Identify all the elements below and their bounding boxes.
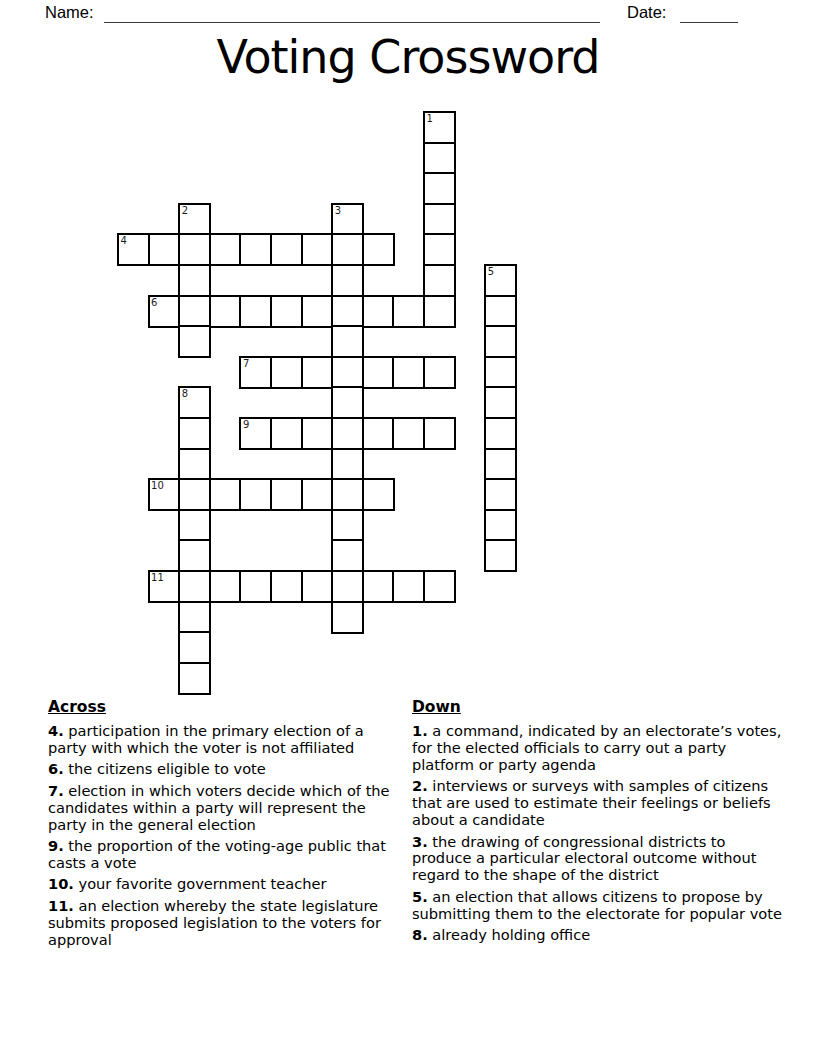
clue-number-11: 11 xyxy=(151,573,164,583)
clue-number-1: 1 xyxy=(427,114,433,124)
clue-number-8: 8 xyxy=(182,389,188,399)
grid-cell-r11c12[interactable] xyxy=(484,448,517,481)
grid-cell-r10c6[interactable] xyxy=(301,417,334,450)
grid-cell-r8c5[interactable] xyxy=(270,356,303,389)
grid-cell-r12c6[interactable] xyxy=(301,478,334,511)
grid-cell-r12c7[interactable] xyxy=(331,478,364,511)
grid-cell-r4c7[interactable] xyxy=(331,233,364,266)
clue-9: 9. the proportion of the voting-age publ… xyxy=(48,838,402,872)
grid-cell-r12c2[interactable] xyxy=(178,478,211,511)
clue-number-3: 3 xyxy=(335,206,341,216)
down-clues-column: Down 1. a command, indicated by an elect… xyxy=(412,699,786,949)
clue-number-5: 5 xyxy=(488,267,494,277)
grid-cell-r15c10[interactable] xyxy=(423,570,456,603)
grid-cell-r6c8[interactable] xyxy=(362,295,395,328)
grid-cell-r15c8[interactable] xyxy=(362,570,395,603)
grid-cell-r12c5[interactable] xyxy=(270,478,303,511)
grid-cell-r10c2[interactable] xyxy=(178,417,211,450)
grid-cell-r13c2[interactable] xyxy=(178,509,211,542)
grid-cell-r4c10[interactable] xyxy=(423,233,456,266)
across-clues-column: Across 4. participation in the primary e… xyxy=(48,699,402,953)
grid-cell-r10c12[interactable] xyxy=(484,417,517,450)
grid-cell-r4c8[interactable] xyxy=(362,233,395,266)
grid-cell-r5c7[interactable] xyxy=(331,264,364,297)
name-label: Name: xyxy=(45,3,94,22)
grid-cell-r10c10[interactable] xyxy=(423,417,456,450)
grid-cell-r1c10[interactable] xyxy=(423,142,456,175)
grid-cell-r2c10[interactable] xyxy=(423,172,456,205)
crossword-grid: 1234567891011 xyxy=(117,111,517,695)
clue-7: 7. election in which voters decide which… xyxy=(48,783,402,834)
grid-cell-r4c3[interactable] xyxy=(209,233,242,266)
grid-cell-r4c4[interactable] xyxy=(239,233,272,266)
grid-cell-r15c9[interactable] xyxy=(392,570,425,603)
grid-cell-r3c10[interactable] xyxy=(423,203,456,236)
across-clue-list: 4. participation in the primary election… xyxy=(48,723,402,949)
grid-cell-r16c2[interactable] xyxy=(178,601,211,634)
clue-number-10: 10 xyxy=(151,481,164,491)
grid-cell-r7c12[interactable] xyxy=(484,325,517,358)
grid-cell-r6c10[interactable] xyxy=(423,295,456,328)
clue-4: 4. participation in the primary election… xyxy=(48,723,402,757)
grid-cell-r4c1[interactable] xyxy=(148,233,181,266)
grid-cell-r12c4[interactable] xyxy=(239,478,272,511)
grid-cell-r15c3[interactable] xyxy=(209,570,242,603)
clue-number-9: 9 xyxy=(243,420,249,430)
grid-cell-r6c5[interactable] xyxy=(270,295,303,328)
down-heading: Down xyxy=(412,699,786,717)
grid-cell-r17c2[interactable] xyxy=(178,631,211,664)
grid-cell-r14c2[interactable] xyxy=(178,539,211,572)
grid-cell-r8c6[interactable] xyxy=(301,356,334,389)
clue-8: 8. already holding office xyxy=(412,927,786,944)
clue-number-7: 7 xyxy=(243,359,249,369)
grid-cell-r7c2[interactable] xyxy=(178,325,211,358)
grid-cell-r6c9[interactable] xyxy=(392,295,425,328)
grid-cell-r5c2[interactable] xyxy=(178,264,211,297)
grid-cell-r15c5[interactable] xyxy=(270,570,303,603)
grid-cell-r10c8[interactable] xyxy=(362,417,395,450)
grid-cell-r10c5[interactable] xyxy=(270,417,303,450)
clue-1: 1. a command, indicated by an electorate… xyxy=(412,723,786,774)
grid-cell-r4c2[interactable] xyxy=(178,233,211,266)
grid-cell-r10c9[interactable] xyxy=(392,417,425,450)
grid-cell-r8c9[interactable] xyxy=(392,356,425,389)
grid-cell-r8c8[interactable] xyxy=(362,356,395,389)
grid-cell-r8c10[interactable] xyxy=(423,356,456,389)
clue-2: 2. interviews or surveys with samples of… xyxy=(412,778,786,829)
crossword-worksheet: Name: Date: Voting Crossword 12345678910… xyxy=(0,0,816,1056)
grid-cell-r10c7[interactable] xyxy=(331,417,364,450)
grid-cell-r4c5[interactable] xyxy=(270,233,303,266)
grid-cell-r6c6[interactable] xyxy=(301,295,334,328)
grid-cell-r13c12[interactable] xyxy=(484,509,517,542)
grid-cell-r13c7[interactable] xyxy=(331,509,364,542)
clue-11: 11. an election whereby the state legisl… xyxy=(48,898,402,949)
puzzle-title: Voting Crossword xyxy=(0,30,816,84)
grid-cell-r5c10[interactable] xyxy=(423,264,456,297)
across-heading: Across xyxy=(48,699,402,717)
clue-10: 10. your favorite government teacher xyxy=(48,876,402,893)
grid-cell-r15c6[interactable] xyxy=(301,570,334,603)
down-clue-list: 1. a command, indicated by an electorate… xyxy=(412,723,786,944)
clue-number-2: 2 xyxy=(182,206,188,216)
grid-cell-r4c6[interactable] xyxy=(301,233,334,266)
clue-3: 3. the drawing of congressional district… xyxy=(412,834,786,885)
grid-cell-r12c8[interactable] xyxy=(362,478,395,511)
grid-cell-r9c12[interactable] xyxy=(484,386,517,419)
grid-cell-r15c2[interactable] xyxy=(178,570,211,603)
grid-cell-r6c12[interactable] xyxy=(484,295,517,328)
name-input-line[interactable] xyxy=(104,1,600,23)
clue-6: 6. the citizens eligible to vote xyxy=(48,761,402,778)
grid-cell-r7c7[interactable] xyxy=(331,325,364,358)
grid-cell-r6c4[interactable] xyxy=(239,295,272,328)
grid-cell-r16c7[interactable] xyxy=(331,601,364,634)
grid-cell-r8c7[interactable] xyxy=(331,356,364,389)
grid-cell-r18c2[interactable] xyxy=(178,662,211,695)
date-input-line[interactable] xyxy=(680,1,738,23)
grid-cell-r15c4[interactable] xyxy=(239,570,272,603)
grid-cell-r9c7[interactable] xyxy=(331,386,364,419)
grid-cell-r8c12[interactable] xyxy=(484,356,517,389)
grid-cell-r6c7[interactable] xyxy=(331,295,364,328)
grid-cell-r6c2[interactable] xyxy=(178,295,211,328)
clue-number-6: 6 xyxy=(151,298,157,308)
grid-cell-r11c7[interactable] xyxy=(331,448,364,481)
grid-cell-r15c7[interactable] xyxy=(331,570,364,603)
grid-cell-r14c7[interactable] xyxy=(331,539,364,572)
clue-number-4: 4 xyxy=(121,236,127,246)
grid-cell-r14c12[interactable] xyxy=(484,539,517,572)
date-label: Date: xyxy=(627,3,666,22)
grid-cell-r12c12[interactable] xyxy=(484,478,517,511)
clue-5: 5. an election that allows citizens to p… xyxy=(412,889,786,923)
grid-cell-r6c3[interactable] xyxy=(209,295,242,328)
grid-cell-r11c2[interactable] xyxy=(178,448,211,481)
grid-cell-r12c3[interactable] xyxy=(209,478,242,511)
